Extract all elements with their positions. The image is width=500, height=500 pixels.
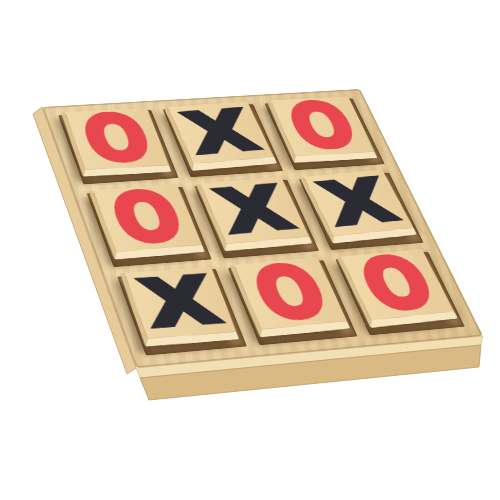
cell-r3c2-slot: O (228, 260, 358, 345)
cell-r1c3-tile[interactable]: O (266, 96, 378, 163)
cell-r2c1-tile[interactable]: O (88, 184, 205, 260)
mark-glyph-r1c3: O (271, 93, 375, 160)
cell-r2c3-slot: X (299, 173, 424, 250)
cell-r1c2-slot: X (163, 104, 283, 177)
cell-r3c1-tile[interactable]: X (120, 267, 240, 347)
cell-r2c2-slot: X (194, 180, 319, 259)
mark-glyph-r1c2: X (163, 100, 279, 165)
mark-glyph-r2c2: X (195, 176, 315, 245)
cell-r3c3-tile[interactable]: O (336, 249, 458, 328)
mark-glyph-r2c3: X (299, 168, 419, 237)
cell-r2c2-tile[interactable]: X (195, 177, 312, 252)
product-photo: O X O O X (0, 0, 500, 500)
cell-r2c1-slot: O (87, 187, 212, 267)
mark-glyph-r1c1: O (66, 104, 169, 173)
cell-r1c3-slot: O (265, 98, 385, 170)
cell-r3c1-slot: X (117, 269, 247, 356)
mark-glyph-r3c2: O (234, 253, 347, 334)
cell-r3c3-slot: O (335, 252, 465, 335)
mark-glyph-r3c1: X (119, 266, 242, 340)
mark-glyph-r2c1: O (94, 180, 202, 256)
cell-r1c1-tile[interactable]: O (61, 108, 172, 177)
cell-r1c2-tile[interactable]: X (164, 101, 278, 171)
cell-r1c1-slot: O (58, 110, 178, 184)
cell-r2c3-tile[interactable]: X (299, 169, 417, 243)
mark-glyph-r3c3: O (341, 245, 455, 325)
cell-r3c2-tile[interactable]: O (229, 257, 350, 337)
